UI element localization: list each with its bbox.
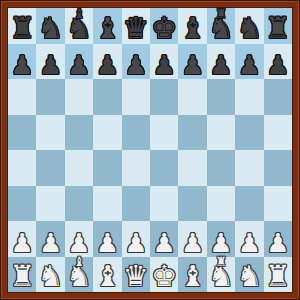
white-knight[interactable]: ♞ (38, 262, 64, 292)
square-j7[interactable]: ♟ (264, 44, 292, 80)
piece-glyph: ♜ (9, 259, 35, 293)
black-pawn[interactable]: ♟ (209, 52, 232, 79)
square-a8[interactable]: ♜ (8, 8, 36, 44)
square-j4[interactable] (264, 150, 292, 186)
black-knight[interactable]: ♞ (38, 14, 64, 44)
square-e1[interactable]: ♛ (122, 257, 150, 293)
square-i4[interactable] (235, 150, 263, 186)
square-h8[interactable]: ♞♜ (207, 8, 235, 44)
piece-glyph: ♟ (124, 228, 147, 258)
square-h7[interactable]: ♟ (207, 44, 235, 80)
board-grid: ♜♞♞♝♝♛♚♝♞♜♞♜♟♟♟♟♟♟♟♟♟♟♟♟♟♟♟♟♟♟♟♟♜♞♞♝♝♛♚♝… (8, 8, 292, 292)
square-h2[interactable]: ♟ (207, 221, 235, 257)
square-h4[interactable] (207, 150, 235, 186)
piece-glyph: ♟ (181, 50, 204, 80)
white-king[interactable]: ♚ (151, 262, 177, 292)
square-i5[interactable] (235, 115, 263, 151)
black-rook[interactable]: ♜ (9, 14, 35, 44)
square-b1[interactable]: ♞ (36, 257, 64, 293)
black-pawn[interactable]: ♟ (11, 52, 34, 79)
white-knight[interactable]: ♞ (236, 262, 262, 292)
black-knight[interactable]: ♞ (236, 14, 262, 44)
black-pawn[interactable]: ♟ (67, 52, 90, 79)
square-a7[interactable]: ♟ (8, 44, 36, 80)
square-e2[interactable]: ♟ (122, 221, 150, 257)
white-pawn[interactable]: ♟ (124, 230, 147, 257)
white-bishop[interactable]: ♝ (94, 262, 120, 292)
square-g2[interactable]: ♟ (178, 221, 206, 257)
white-pawn[interactable]: ♟ (181, 230, 204, 257)
black-bishop[interactable]: ♝ (94, 14, 120, 44)
black-pawn[interactable]: ♟ (181, 52, 204, 79)
piece-glyph: ♞ (38, 259, 64, 293)
game-window: ♜♞♞♝♝♛♚♝♞♜♞♜♟♟♟♟♟♟♟♟♟♟♟♟♟♟♟♟♟♟♟♟♜♞♞♝♝♛♚♝… (0, 0, 300, 300)
square-e7[interactable]: ♟ (122, 44, 150, 80)
square-f8[interactable]: ♚ (150, 8, 178, 44)
chancellor-crest-icon: ♜ (215, 255, 227, 268)
square-c5[interactable] (65, 115, 93, 151)
square-h6[interactable] (207, 79, 235, 115)
square-a5[interactable] (8, 115, 36, 151)
square-h5[interactable] (207, 115, 235, 151)
square-d2[interactable]: ♟ (93, 221, 121, 257)
square-j8[interactable]: ♜ (264, 8, 292, 44)
square-b2[interactable]: ♟ (36, 221, 64, 257)
square-b6[interactable] (36, 79, 64, 115)
square-c1[interactable]: ♞♝ (65, 257, 93, 293)
white-chancellor[interactable]: ♞♜ (208, 262, 234, 292)
square-e5[interactable] (122, 115, 150, 151)
piece-glyph: ♝ (94, 11, 120, 45)
black-pawn[interactable]: ♟ (124, 52, 147, 79)
square-c8[interactable]: ♞♝ (65, 8, 93, 44)
piece-glyph: ♛ (123, 11, 149, 45)
square-i2[interactable]: ♟ (235, 221, 263, 257)
white-bishop[interactable]: ♝ (180, 262, 206, 292)
square-j3[interactable] (264, 186, 292, 222)
square-b7[interactable]: ♟ (36, 44, 64, 80)
black-pawn[interactable]: ♟ (266, 52, 289, 79)
square-g8[interactable]: ♝ (178, 8, 206, 44)
square-j1[interactable]: ♜ (264, 257, 292, 293)
black-king[interactable]: ♚ (151, 14, 177, 44)
piece-glyph: ♜ (265, 259, 291, 293)
piece-glyph: ♟ (39, 50, 62, 80)
white-rook[interactable]: ♜ (9, 262, 35, 292)
square-d4[interactable] (93, 150, 121, 186)
piece-glyph: ♟ (67, 228, 90, 258)
piece-glyph: ♜ (265, 11, 291, 45)
white-queen[interactable]: ♛ (123, 262, 149, 292)
square-f5[interactable] (150, 115, 178, 151)
black-pawn[interactable]: ♟ (96, 52, 119, 79)
piece-glyph: ♜ (9, 11, 35, 45)
square-c3[interactable] (65, 186, 93, 222)
white-pawn[interactable]: ♟ (39, 230, 62, 257)
square-i7[interactable]: ♟ (235, 44, 263, 80)
square-f4[interactable] (150, 150, 178, 186)
square-e6[interactable] (122, 79, 150, 115)
piece-glyph: ♞ (38, 11, 64, 45)
square-c6[interactable] (65, 79, 93, 115)
square-j2[interactable]: ♟ (264, 221, 292, 257)
square-j5[interactable] (264, 115, 292, 151)
white-pawn[interactable]: ♟ (153, 230, 176, 257)
square-g1[interactable]: ♝ (178, 257, 206, 293)
piece-glyph: ♚ (151, 11, 177, 45)
piece-glyph: ♟ (124, 50, 147, 80)
archbishop-crest-icon: ♝ (73, 7, 85, 20)
piece-glyph: ♟ (11, 228, 34, 258)
square-c2[interactable]: ♟ (65, 221, 93, 257)
piece-glyph: ♝ (180, 11, 206, 45)
piece-glyph: ♝ (180, 259, 206, 293)
white-pawn[interactable]: ♟ (238, 230, 261, 257)
square-a2[interactable]: ♟ (8, 221, 36, 257)
piece-glyph: ♞ (236, 259, 262, 293)
square-a3[interactable] (8, 186, 36, 222)
white-pawn[interactable]: ♟ (209, 230, 232, 257)
square-d7[interactable]: ♟ (93, 44, 121, 80)
square-i3[interactable] (235, 186, 263, 222)
square-b3[interactable] (36, 186, 64, 222)
square-g4[interactable] (178, 150, 206, 186)
black-pawn[interactable]: ♟ (39, 52, 62, 79)
square-c7[interactable]: ♟ (65, 44, 93, 80)
piece-glyph: ♟ (238, 50, 261, 80)
white-archbishop[interactable]: ♞♝ (66, 262, 92, 292)
square-d1[interactable]: ♝ (93, 257, 121, 293)
piece-glyph: ♞ (236, 11, 262, 45)
square-e8[interactable]: ♛ (122, 8, 150, 44)
piece-glyph: ♟ (39, 228, 62, 258)
square-b8[interactable]: ♞ (36, 8, 64, 44)
square-c4[interactable] (65, 150, 93, 186)
square-f2[interactable]: ♟ (150, 221, 178, 257)
square-i8[interactable]: ♞ (235, 8, 263, 44)
white-pawn[interactable]: ♟ (11, 230, 34, 257)
square-a1[interactable]: ♜ (8, 257, 36, 293)
black-bishop[interactable]: ♝ (180, 14, 206, 44)
square-g7[interactable]: ♟ (178, 44, 206, 80)
piece-glyph: ♟ (11, 50, 34, 80)
piece-glyph: ♟ (209, 228, 232, 258)
piece-glyph: ♟ (153, 228, 176, 258)
white-pawn[interactable]: ♟ (266, 230, 289, 257)
black-chancellor[interactable]: ♞♜ (208, 14, 234, 44)
square-d8[interactable]: ♝ (93, 8, 121, 44)
square-d5[interactable] (93, 115, 121, 151)
black-rook[interactable]: ♜ (265, 14, 291, 44)
white-rook[interactable]: ♜ (265, 262, 291, 292)
black-pawn[interactable]: ♟ (153, 52, 176, 79)
piece-glyph: ♟ (67, 50, 90, 80)
square-f1[interactable]: ♚ (150, 257, 178, 293)
chancellor-crest-icon: ♜ (215, 7, 227, 20)
square-i1[interactable]: ♞ (235, 257, 263, 293)
square-g3[interactable] (178, 186, 206, 222)
piece-glyph: ♟ (153, 50, 176, 80)
square-h1[interactable]: ♞♜ (207, 257, 235, 293)
square-a6[interactable] (8, 79, 36, 115)
square-e3[interactable] (122, 186, 150, 222)
square-d6[interactable] (93, 79, 121, 115)
square-g5[interactable] (178, 115, 206, 151)
black-archbishop[interactable]: ♞♝ (66, 14, 92, 44)
square-j6[interactable] (264, 79, 292, 115)
white-pawn[interactable]: ♟ (67, 230, 90, 257)
black-pawn[interactable]: ♟ (238, 52, 261, 79)
piece-glyph: ♛ (123, 259, 149, 293)
piece-glyph: ♟ (96, 50, 119, 80)
square-f6[interactable] (150, 79, 178, 115)
board-frame: ♜♞♞♝♝♛♚♝♞♜♞♜♟♟♟♟♟♟♟♟♟♟♟♟♟♟♟♟♟♟♟♟♜♞♞♝♝♛♚♝… (0, 0, 300, 300)
square-f3[interactable] (150, 186, 178, 222)
piece-glyph: ♟ (96, 228, 119, 258)
square-i6[interactable] (235, 79, 263, 115)
square-b4[interactable] (36, 150, 64, 186)
piece-glyph: ♟ (238, 228, 261, 258)
square-f7[interactable]: ♟ (150, 44, 178, 80)
square-a4[interactable] (8, 150, 36, 186)
piece-glyph: ♟ (209, 50, 232, 80)
square-b5[interactable] (36, 115, 64, 151)
archbishop-crest-icon: ♝ (73, 255, 85, 268)
piece-glyph: ♟ (181, 228, 204, 258)
square-d3[interactable] (93, 186, 121, 222)
piece-glyph: ♝ (94, 259, 120, 293)
piece-glyph: ♟ (266, 50, 289, 80)
square-e4[interactable] (122, 150, 150, 186)
white-pawn[interactable]: ♟ (96, 230, 119, 257)
square-g6[interactable] (178, 79, 206, 115)
square-h3[interactable] (207, 186, 235, 222)
piece-glyph: ♟ (266, 228, 289, 258)
black-queen[interactable]: ♛ (123, 14, 149, 44)
piece-glyph: ♚ (151, 259, 177, 293)
